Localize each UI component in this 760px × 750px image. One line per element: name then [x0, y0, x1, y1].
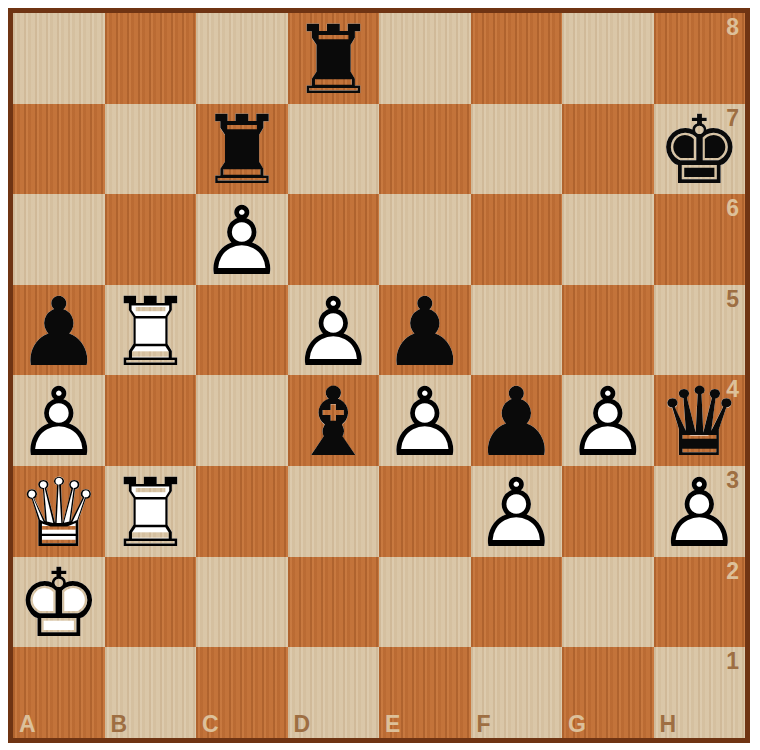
square-d8[interactable]: ♖♜ [288, 13, 380, 104]
black-rook-glyph: ♜ [288, 13, 380, 104]
black-pawn-glyph: ♟ [13, 285, 105, 376]
square-f6[interactable] [471, 194, 563, 285]
rank-label-4: 4 [726, 376, 739, 403]
square-c4[interactable] [196, 375, 288, 466]
square-f3[interactable]: ♟♙ [471, 466, 563, 557]
rank-label-5: 5 [726, 286, 739, 313]
file-label-a: A [19, 711, 36, 738]
rank-label-7: 7 [726, 105, 739, 132]
black-rook[interactable]: ♖♜ [288, 13, 380, 104]
square-e3[interactable] [379, 466, 471, 557]
white-king[interactable]: ♚♔ [13, 557, 105, 648]
black-pawn[interactable]: ♙♟ [13, 285, 105, 376]
square-c7[interactable]: ♖♜ [196, 104, 288, 195]
white-pawn[interactable]: ♟♙ [471, 466, 563, 557]
white-rook[interactable]: ♜♖ [105, 285, 197, 376]
square-h6[interactable]: 6 [654, 194, 746, 285]
square-b1[interactable]: B [105, 647, 197, 738]
square-b8[interactable] [105, 13, 197, 104]
white-pawn-glyph: ♙ [196, 194, 288, 285]
square-a7[interactable] [13, 104, 105, 195]
square-a6[interactable] [13, 194, 105, 285]
square-b4[interactable] [105, 375, 197, 466]
square-h7[interactable]: ♔♚7 [654, 104, 746, 195]
square-g8[interactable] [562, 13, 654, 104]
square-h5[interactable]: 5 [654, 285, 746, 376]
square-d1[interactable]: D [288, 647, 380, 738]
square-a1[interactable]: A [13, 647, 105, 738]
file-label-g: G [568, 711, 586, 738]
square-f7[interactable] [471, 104, 563, 195]
square-b6[interactable] [105, 194, 197, 285]
white-pawn[interactable]: ♟♙ [379, 375, 471, 466]
square-a2[interactable]: ♚♔ [13, 557, 105, 648]
chessboard: ♖♜8♖♜♔♚7♟♙6♙♟♜♖♟♙♙♟5♟♙♗♝♟♙♙♟♟♙♕♛4♛♕♜♖♟♙♟… [13, 13, 745, 738]
black-bishop-glyph: ♝ [288, 375, 380, 466]
file-label-d: D [294, 711, 311, 738]
file-label-c: C [202, 711, 219, 738]
square-c2[interactable] [196, 557, 288, 648]
square-h2[interactable]: 2 [654, 557, 746, 648]
file-label-b: B [111, 711, 128, 738]
file-label-f: F [477, 711, 491, 738]
file-label-e: E [385, 711, 400, 738]
square-f1[interactable]: F [471, 647, 563, 738]
black-pawn-glyph: ♟ [379, 285, 471, 376]
square-a4[interactable]: ♟♙ [13, 375, 105, 466]
square-g4[interactable]: ♟♙ [562, 375, 654, 466]
square-g7[interactable] [562, 104, 654, 195]
black-rook-glyph: ♜ [196, 104, 288, 195]
white-queen-glyph: ♕ [13, 466, 105, 557]
black-pawn[interactable]: ♙♟ [471, 375, 563, 466]
square-h3[interactable]: ♟♙3 [654, 466, 746, 557]
black-pawn[interactable]: ♙♟ [379, 285, 471, 376]
square-e5[interactable]: ♙♟ [379, 285, 471, 376]
square-a5[interactable]: ♙♟ [13, 285, 105, 376]
square-e4[interactable]: ♟♙ [379, 375, 471, 466]
white-pawn-glyph: ♙ [562, 375, 654, 466]
square-e1[interactable]: E [379, 647, 471, 738]
square-a3[interactable]: ♛♕ [13, 466, 105, 557]
square-c8[interactable] [196, 13, 288, 104]
square-d2[interactable] [288, 557, 380, 648]
square-c1[interactable]: C [196, 647, 288, 738]
file-label-h: H [660, 711, 677, 738]
square-f4[interactable]: ♙♟ [471, 375, 563, 466]
square-a8[interactable] [13, 13, 105, 104]
square-c6[interactable]: ♟♙ [196, 194, 288, 285]
rank-label-6: 6 [726, 195, 739, 222]
square-g6[interactable] [562, 194, 654, 285]
white-pawn-glyph: ♙ [471, 466, 563, 557]
white-pawn[interactable]: ♟♙ [13, 375, 105, 466]
square-b3[interactable]: ♜♖ [105, 466, 197, 557]
white-queen[interactable]: ♛♕ [13, 466, 105, 557]
square-e2[interactable] [379, 557, 471, 648]
square-d6[interactable] [288, 194, 380, 285]
square-b2[interactable] [105, 557, 197, 648]
rank-label-1: 1 [726, 648, 739, 675]
square-c5[interactable] [196, 285, 288, 376]
square-b7[interactable] [105, 104, 197, 195]
square-d7[interactable] [288, 104, 380, 195]
white-rook-glyph: ♖ [105, 466, 197, 557]
square-h1[interactable]: 1H [654, 647, 746, 738]
rank-label-3: 3 [726, 467, 739, 494]
white-pawn-glyph: ♙ [379, 375, 471, 466]
white-pawn-glyph: ♙ [288, 285, 380, 376]
square-b5[interactable]: ♜♖ [105, 285, 197, 376]
rank-label-2: 2 [726, 558, 739, 585]
white-rook-glyph: ♖ [105, 285, 197, 376]
square-e8[interactable] [379, 13, 471, 104]
square-g2[interactable] [562, 557, 654, 648]
white-rook[interactable]: ♜♖ [105, 466, 197, 557]
white-pawn[interactable]: ♟♙ [562, 375, 654, 466]
black-bishop[interactable]: ♗♝ [288, 375, 380, 466]
white-pawn[interactable]: ♟♙ [288, 285, 380, 376]
square-f5[interactable] [471, 285, 563, 376]
white-pawn[interactable]: ♟♙ [196, 194, 288, 285]
square-c3[interactable] [196, 466, 288, 557]
square-e7[interactable] [379, 104, 471, 195]
square-f2[interactable] [471, 557, 563, 648]
square-f8[interactable] [471, 13, 563, 104]
square-h4[interactable]: ♕♛4 [654, 375, 746, 466]
white-pawn-glyph: ♙ [13, 375, 105, 466]
square-g3[interactable] [562, 466, 654, 557]
black-pawn-glyph: ♟ [471, 375, 563, 466]
chessboard-frame: ♖♜8♖♜♔♚7♟♙6♙♟♜♖♟♙♙♟5♟♙♗♝♟♙♙♟♟♙♕♛4♛♕♜♖♟♙♟… [8, 8, 750, 743]
square-g5[interactable] [562, 285, 654, 376]
square-d5[interactable]: ♟♙ [288, 285, 380, 376]
white-king-glyph: ♔ [13, 557, 105, 648]
square-d4[interactable]: ♗♝ [288, 375, 380, 466]
square-e6[interactable] [379, 194, 471, 285]
black-rook[interactable]: ♖♜ [196, 104, 288, 195]
square-h8[interactable]: 8 [654, 13, 746, 104]
square-d3[interactable] [288, 466, 380, 557]
square-g1[interactable]: G [562, 647, 654, 738]
rank-label-8: 8 [726, 14, 739, 41]
